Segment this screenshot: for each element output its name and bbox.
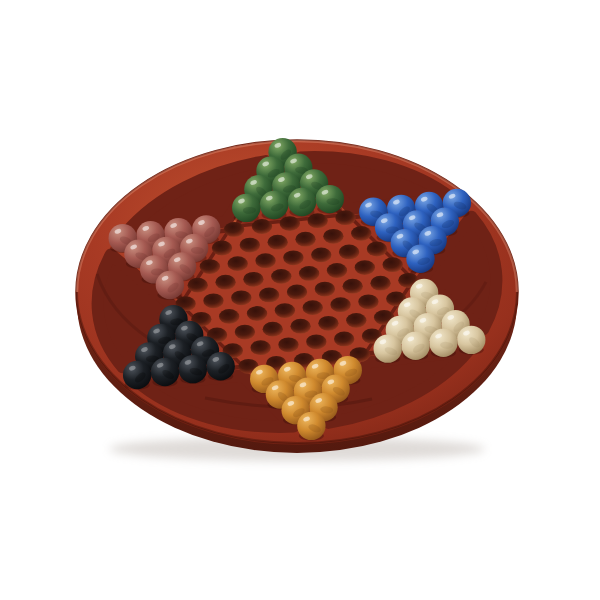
board-hole[interactable] [323,229,343,244]
board-hole[interactable] [231,290,251,305]
board-hole[interactable] [287,285,307,300]
board-hole[interactable] [370,276,390,291]
board-hole[interactable] [278,337,298,352]
board-hole[interactable] [330,297,350,312]
board-hole[interactable] [355,260,375,275]
board-hole[interactable] [299,266,319,281]
board-hole[interactable] [255,253,275,268]
board-hole[interactable] [235,325,255,340]
board-hole[interactable] [275,303,295,318]
marble-natural[interactable] [401,332,429,360]
marble-blue[interactable] [406,245,434,273]
board-hole[interactable] [290,319,310,334]
board-hole[interactable] [295,232,315,247]
board-hole[interactable] [259,288,279,303]
board-hole[interactable] [228,256,248,271]
board-hole[interactable] [315,282,335,297]
board-hole[interactable] [240,238,260,253]
board-hole[interactable] [342,279,362,294]
board-hole[interactable] [263,322,283,337]
board-hole[interactable] [219,309,239,324]
board-hole[interactable] [271,269,291,284]
board-hole[interactable] [346,313,366,328]
board-hole[interactable] [311,247,331,262]
chinese-checkers-board [0,0,600,600]
board-hole[interactable] [247,306,267,321]
marble-green[interactable] [288,188,316,216]
board-hole[interactable] [250,340,270,355]
board-hole[interactable] [351,226,371,241]
board-hole[interactable] [306,334,326,349]
board-hole[interactable] [303,300,323,315]
board-hole[interactable] [224,222,244,237]
board-hole[interactable] [327,263,347,278]
board-hole[interactable] [267,235,287,250]
board-hole[interactable] [367,242,387,257]
board-hole[interactable] [243,272,263,287]
board-hole[interactable] [382,257,402,272]
board-hole[interactable] [283,250,303,265]
marble-black[interactable] [123,361,151,389]
product-photo [0,0,600,600]
board-hole[interactable] [334,332,354,347]
board-hole[interactable] [358,294,378,309]
board-hole[interactable] [215,275,235,290]
marble-pink[interactable] [156,271,184,299]
board-hole[interactable] [203,293,223,308]
marble-black[interactable] [206,352,234,380]
board-hole[interactable] [318,316,338,331]
board-hole[interactable] [339,245,359,260]
marble-green[interactable] [260,191,288,219]
